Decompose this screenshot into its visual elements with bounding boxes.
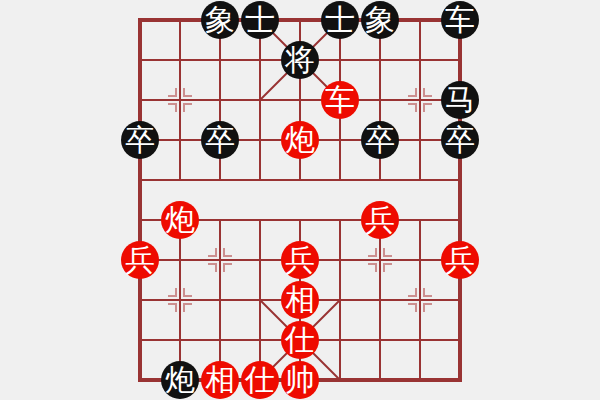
xiangqi-board-screen: 象士士象车将车马卒卒炮卒卒炮兵兵兵兵相仕炮相仕帅 (0, 0, 600, 400)
piece-black-general[interactable]: 将 (281, 41, 319, 79)
piece-red-soldier[interactable]: 兵 (361, 201, 399, 239)
piece-black-advisor[interactable]: 士 (321, 1, 359, 39)
piece-black-cannon[interactable]: 炮 (161, 361, 199, 399)
piece-black-elephant[interactable]: 象 (201, 1, 239, 39)
piece-red-general[interactable]: 帅 (281, 361, 319, 399)
piece-red-cannon[interactable]: 炮 (161, 201, 199, 239)
piece-black-soldier[interactable]: 卒 (201, 121, 239, 159)
piece-red-chariot[interactable]: 车 (321, 81, 359, 119)
piece-red-cannon[interactable]: 炮 (281, 121, 319, 159)
piece-black-advisor[interactable]: 士 (241, 1, 279, 39)
piece-red-advisor[interactable]: 仕 (241, 361, 279, 399)
piece-black-chariot[interactable]: 车 (441, 1, 479, 39)
piece-red-elephant[interactable]: 相 (281, 281, 319, 319)
piece-red-soldier[interactable]: 兵 (441, 241, 479, 279)
board-pieces: 象士士象车将车马卒卒炮卒卒炮兵兵兵兵相仕炮相仕帅 (0, 0, 600, 400)
piece-black-soldier[interactable]: 卒 (361, 121, 399, 159)
piece-red-elephant[interactable]: 相 (201, 361, 239, 399)
piece-black-elephant[interactable]: 象 (361, 1, 399, 39)
piece-black-soldier[interactable]: 卒 (121, 121, 159, 159)
piece-black-horse[interactable]: 马 (441, 81, 479, 119)
piece-red-soldier[interactable]: 兵 (121, 241, 159, 279)
piece-red-advisor[interactable]: 仕 (281, 321, 319, 359)
piece-red-soldier[interactable]: 兵 (281, 241, 319, 279)
piece-black-soldier[interactable]: 卒 (441, 121, 479, 159)
